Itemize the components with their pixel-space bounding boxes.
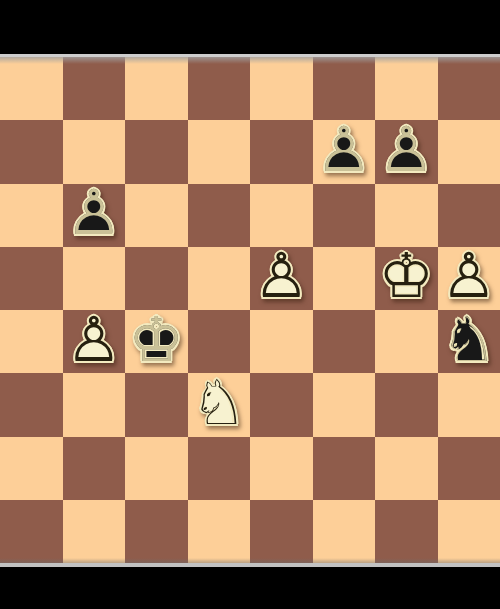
black-pawn[interactable]: ♟♙ <box>375 120 438 183</box>
board-bottom-edge <box>0 563 500 567</box>
square-c3[interactable] <box>125 373 188 436</box>
square-e3[interactable] <box>250 373 313 436</box>
square-g2[interactable] <box>375 437 438 500</box>
king-line-glyph: ♔ <box>375 245 438 308</box>
square-d6[interactable] <box>188 184 251 247</box>
square-b4[interactable]: ♟♙ <box>63 310 126 373</box>
square-a2[interactable] <box>0 437 63 500</box>
square-c5[interactable] <box>125 247 188 310</box>
square-g4[interactable] <box>375 310 438 373</box>
square-f3[interactable] <box>313 373 376 436</box>
square-h1[interactable] <box>438 500 500 563</box>
square-a4[interactable] <box>0 310 63 373</box>
square-d7[interactable] <box>188 120 251 183</box>
square-a1[interactable] <box>0 500 63 563</box>
pawn-line-glyph: ♙ <box>313 118 376 181</box>
white-knight[interactable]: ♞♘ <box>188 373 251 436</box>
square-h6[interactable] <box>438 184 500 247</box>
white-pawn[interactable]: ♟♙ <box>438 247 500 310</box>
square-b1[interactable] <box>63 500 126 563</box>
pawn-line-glyph: ♙ <box>375 118 438 181</box>
square-c6[interactable] <box>125 184 188 247</box>
square-e1[interactable] <box>250 500 313 563</box>
white-pawn[interactable]: ♟♙ <box>63 310 126 373</box>
square-h5[interactable]: ♟♙ <box>438 247 500 310</box>
square-f7[interactable]: ♟♙ <box>313 120 376 183</box>
square-g5[interactable]: ♚♔ <box>375 247 438 310</box>
pawn-line-glyph: ♙ <box>438 245 500 308</box>
square-f4[interactable] <box>313 310 376 373</box>
square-d3[interactable]: ♞♘ <box>188 373 251 436</box>
square-b8[interactable] <box>63 57 126 120</box>
square-d5[interactable] <box>188 247 251 310</box>
square-g7[interactable]: ♟♙ <box>375 120 438 183</box>
knight-line-glyph: ♘ <box>438 308 500 371</box>
square-d8[interactable] <box>188 57 251 120</box>
black-pawn[interactable]: ♟♙ <box>313 120 376 183</box>
square-e6[interactable] <box>250 184 313 247</box>
square-b6[interactable]: ♟♙ <box>63 184 126 247</box>
square-h8[interactable] <box>438 57 500 120</box>
pawn-line-glyph: ♙ <box>63 182 126 245</box>
square-c7[interactable] <box>125 120 188 183</box>
square-b3[interactable] <box>63 373 126 436</box>
knight-line-glyph: ♘ <box>188 371 251 434</box>
square-f8[interactable] <box>313 57 376 120</box>
square-e2[interactable] <box>250 437 313 500</box>
square-f2[interactable] <box>313 437 376 500</box>
black-knight[interactable]: ♞♘ <box>438 310 500 373</box>
square-e8[interactable] <box>250 57 313 120</box>
white-king[interactable]: ♚♔ <box>375 247 438 310</box>
square-h2[interactable] <box>438 437 500 500</box>
square-a7[interactable] <box>0 120 63 183</box>
square-b5[interactable] <box>63 247 126 310</box>
square-a3[interactable] <box>0 373 63 436</box>
square-b7[interactable] <box>63 120 126 183</box>
square-e4[interactable] <box>250 310 313 373</box>
chess-board-frame: ♟♙♟♙♟♙♟♙♚♔♟♙♟♙♚♔♞♘♞♘ <box>0 54 500 567</box>
square-g3[interactable] <box>375 373 438 436</box>
square-d4[interactable] <box>188 310 251 373</box>
square-g1[interactable] <box>375 500 438 563</box>
square-h4[interactable]: ♞♘ <box>438 310 500 373</box>
pawn-line-glyph: ♙ <box>63 308 126 371</box>
chess-board: ♟♙♟♙♟♙♟♙♚♔♟♙♟♙♚♔♞♘♞♘ <box>0 57 500 563</box>
square-h3[interactable] <box>438 373 500 436</box>
white-pawn[interactable]: ♟♙ <box>250 247 313 310</box>
square-g8[interactable] <box>375 57 438 120</box>
black-king[interactable]: ♚♔ <box>125 310 188 373</box>
square-a6[interactable] <box>0 184 63 247</box>
square-c4[interactable]: ♚♔ <box>125 310 188 373</box>
square-c2[interactable] <box>125 437 188 500</box>
square-a8[interactable] <box>0 57 63 120</box>
square-e7[interactable] <box>250 120 313 183</box>
square-a5[interactable] <box>0 247 63 310</box>
pawn-line-glyph: ♙ <box>250 245 313 308</box>
square-f1[interactable] <box>313 500 376 563</box>
square-c1[interactable] <box>125 500 188 563</box>
square-b2[interactable] <box>63 437 126 500</box>
square-e5[interactable]: ♟♙ <box>250 247 313 310</box>
square-f5[interactable] <box>313 247 376 310</box>
black-pawn[interactable]: ♟♙ <box>63 184 126 247</box>
square-d2[interactable] <box>188 437 251 500</box>
square-d1[interactable] <box>188 500 251 563</box>
square-h7[interactable] <box>438 120 500 183</box>
square-g6[interactable] <box>375 184 438 247</box>
square-f6[interactable] <box>313 184 376 247</box>
king-line-glyph: ♔ <box>125 308 188 371</box>
square-c8[interactable] <box>125 57 188 120</box>
